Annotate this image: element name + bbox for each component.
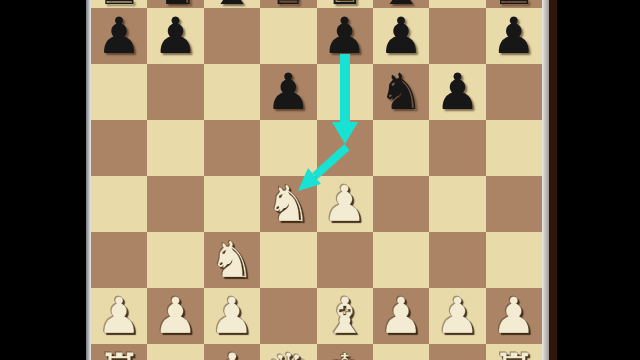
board-frame-shadow [549, 0, 557, 360]
square-f5[interactable] [373, 120, 429, 176]
square-d7[interactable] [260, 8, 316, 64]
square-b2[interactable]: ♟ [147, 288, 203, 344]
square-d8[interactable]: ♛ [260, 0, 316, 8]
square-a5[interactable] [91, 120, 147, 176]
white-pawn[interactable]: ♟ [153, 288, 198, 344]
square-g4[interactable] [429, 176, 485, 232]
square-e3[interactable] [317, 232, 373, 288]
square-b3[interactable] [147, 232, 203, 288]
square-h6[interactable] [486, 64, 542, 120]
square-f6[interactable]: ♞ [373, 64, 429, 120]
board-frame-line-right [542, 0, 549, 360]
white-bishop[interactable]: ♝ [210, 344, 255, 360]
square-e1[interactable]: ♚ [317, 344, 373, 360]
square-e4[interactable]: ♟ [317, 176, 373, 232]
square-e6[interactable] [317, 64, 373, 120]
white-king[interactable]: ♚ [322, 344, 367, 360]
square-h4[interactable] [486, 176, 542, 232]
square-f3[interactable] [373, 232, 429, 288]
square-f7[interactable]: ♟ [373, 8, 429, 64]
square-g1[interactable] [429, 344, 485, 360]
square-d2[interactable] [260, 288, 316, 344]
white-rook[interactable]: ♜ [492, 344, 537, 360]
square-a1[interactable]: ♜ [91, 344, 147, 360]
square-e5[interactable] [317, 120, 373, 176]
white-pawn[interactable]: ♟ [97, 288, 142, 344]
square-b1[interactable] [147, 344, 203, 360]
square-h1[interactable]: ♜ [486, 344, 542, 360]
white-pawn[interactable]: ♟ [210, 288, 255, 344]
square-a7[interactable]: ♟ [91, 8, 147, 64]
square-b4[interactable] [147, 176, 203, 232]
square-h7[interactable]: ♟ [486, 8, 542, 64]
square-d5[interactable] [260, 120, 316, 176]
video-frame: ♜♞♝♛♚♝♜♟♟♟♟♟♟♞♟♞♟♞♟♟♟♝♟♟♟♜♝♛♚♜ [0, 0, 640, 360]
square-g7[interactable] [429, 8, 485, 64]
white-queen[interactable]: ♛ [266, 344, 311, 360]
square-f4[interactable] [373, 176, 429, 232]
square-c4[interactable] [204, 176, 260, 232]
square-c7[interactable] [204, 8, 260, 64]
square-c6[interactable] [204, 64, 260, 120]
black-pawn[interactable]: ♟ [379, 8, 424, 64]
square-a4[interactable] [91, 176, 147, 232]
square-c1[interactable]: ♝ [204, 344, 260, 360]
black-pawn[interactable]: ♟ [492, 8, 537, 64]
square-d4[interactable]: ♞ [260, 176, 316, 232]
square-h3[interactable] [486, 232, 542, 288]
square-f2[interactable]: ♟ [373, 288, 429, 344]
square-a3[interactable] [91, 232, 147, 288]
black-knight[interactable]: ♞ [379, 64, 424, 120]
black-pawn[interactable]: ♟ [322, 8, 367, 64]
square-g6[interactable]: ♟ [429, 64, 485, 120]
black-pawn[interactable]: ♟ [266, 64, 311, 120]
square-h2[interactable]: ♟ [486, 288, 542, 344]
square-b5[interactable] [147, 120, 203, 176]
black-pawn[interactable]: ♟ [435, 64, 480, 120]
square-a2[interactable]: ♟ [91, 288, 147, 344]
square-h5[interactable] [486, 120, 542, 176]
square-g2[interactable]: ♟ [429, 288, 485, 344]
white-pawn[interactable]: ♟ [492, 288, 537, 344]
square-f1[interactable] [373, 344, 429, 360]
square-d1[interactable]: ♛ [260, 344, 316, 360]
white-pawn[interactable]: ♟ [435, 288, 480, 344]
white-knight[interactable]: ♞ [266, 176, 311, 232]
white-rook[interactable]: ♜ [97, 344, 142, 360]
square-g5[interactable] [429, 120, 485, 176]
white-knight[interactable]: ♞ [210, 232, 255, 288]
square-e2[interactable]: ♝ [317, 288, 373, 344]
square-c3[interactable]: ♞ [204, 232, 260, 288]
white-pawn[interactable]: ♟ [322, 176, 367, 232]
chess-board: ♜♞♝♛♚♝♜♟♟♟♟♟♟♞♟♞♟♞♟♟♟♝♟♟♟♜♝♛♚♜ [91, 0, 542, 360]
square-c2[interactable]: ♟ [204, 288, 260, 344]
square-d3[interactable] [260, 232, 316, 288]
square-c5[interactable] [204, 120, 260, 176]
square-d6[interactable]: ♟ [260, 64, 316, 120]
square-b7[interactable]: ♟ [147, 8, 203, 64]
square-a6[interactable] [91, 64, 147, 120]
square-e7[interactable]: ♟ [317, 8, 373, 64]
square-g3[interactable] [429, 232, 485, 288]
black-pawn[interactable]: ♟ [153, 8, 198, 64]
square-c8[interactable]: ♝ [204, 0, 260, 8]
black-pawn[interactable]: ♟ [97, 8, 142, 64]
white-bishop[interactable]: ♝ [322, 288, 367, 344]
square-b6[interactable] [147, 64, 203, 120]
white-pawn[interactable]: ♟ [379, 288, 424, 344]
square-g8[interactable] [429, 0, 485, 8]
